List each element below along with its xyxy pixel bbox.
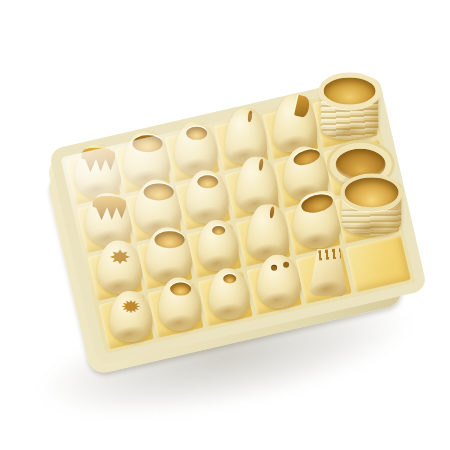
tray-cell-r1-c6 [312,91,378,148]
tray-cell-r4-c5 [296,249,352,304]
round-md-tip [175,122,218,175]
basket-tip [305,246,352,296]
starfine-star-icon: ✹ [120,297,141,315]
tray-cell-r4-c1: ✹ [98,294,154,349]
starburst-star-icon: ✸ [108,248,131,267]
starburst-tip: ✸ [97,241,142,294]
petal-tip [273,95,317,152]
scoop-tip [284,146,329,200]
leaf-tip [236,156,278,211]
round-lg-tip [124,131,171,186]
round-lg-tip [135,179,182,234]
twohole-tip [257,255,301,308]
round-lg-tip [146,227,193,282]
tray-cell-r4-c3 [197,272,253,327]
star-crown-tip [74,144,121,197]
starfine-tip: ✹ [109,291,152,342]
tray-cell-r4-c4 [246,260,302,315]
tray-cell-r4-c6 [345,235,411,292]
star-crown-tip [85,193,132,246]
round-md-tip [159,278,202,331]
leaf-tip [225,108,267,163]
cup-tip [341,178,401,236]
round-md-tip [186,170,229,223]
leaf-tip [247,205,289,260]
round-sm-tip [198,220,239,271]
round-sm-tip [209,268,250,319]
tray-cell-r3-c6 [334,187,400,244]
product-photo-scene: ✸✹ [0,0,450,450]
tray-cell-r4-c2 [148,283,204,338]
coupler-tip [320,77,378,139]
